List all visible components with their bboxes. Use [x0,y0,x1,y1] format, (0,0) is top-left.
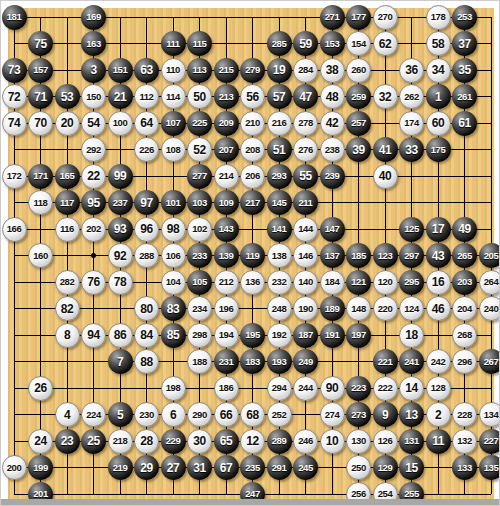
white-stone[interactable]: 252 [267,402,292,427]
white-stone[interactable]: 120 [373,270,398,295]
black-stone[interactable]: 57 [267,84,292,109]
black-stone[interactable]: 1 [426,84,451,109]
move-number: 102 [192,224,206,234]
white-stone[interactable]: 22 [81,164,106,189]
black-stone[interactable]: 203 [452,270,477,295]
white-stone[interactable]: 136 [240,270,265,295]
black-stone[interactable]: 61 [452,111,477,136]
move-number: 289 [272,436,286,446]
white-stone[interactable]: 4 [55,402,80,427]
black-stone[interactable]: 27 [161,455,186,480]
black-stone[interactable]: 133 [452,455,477,480]
black-stone[interactable]: 139 [214,243,239,268]
black-stone[interactable]: 267 [479,349,500,374]
black-stone[interactable]: 227 [479,429,500,454]
black-stone[interactable]: 271 [320,5,345,30]
black-stone[interactable]: 115 [187,31,212,56]
white-stone[interactable]: 174 [399,111,424,136]
white-stone[interactable]: 86 [108,323,133,348]
black-stone[interactable]: 265 [452,243,477,268]
black-stone[interactable]: 177 [346,5,371,30]
white-stone[interactable]: 38 [320,58,345,83]
white-stone[interactable]: 284 [293,58,318,83]
white-stone[interactable]: 64 [134,111,159,136]
white-stone[interactable]: 194 [214,323,239,348]
black-stone[interactable]: 97 [134,190,159,215]
move-number: 33 [405,144,417,156]
move-number: 204 [457,304,471,314]
white-stone[interactable]: 244 [293,376,318,401]
black-stone[interactable]: 13 [399,402,424,427]
black-stone[interactable]: 31 [187,455,212,480]
white-stone[interactable]: 50 [187,84,212,109]
black-stone[interactable]: 47 [293,84,318,109]
black-stone[interactable]: 225 [187,111,212,136]
black-stone[interactable]: 175 [426,137,451,162]
black-stone[interactable]: 93 [108,217,133,242]
move-number: 203 [457,277,471,287]
move-number: 121 [351,277,365,287]
white-stone[interactable]: 210 [240,111,265,136]
move-number: 205 [484,251,498,261]
white-stone[interactable]: 200 [2,455,27,480]
white-stone[interactable]: 262 [399,84,424,109]
black-stone[interactable]: 35 [452,58,477,83]
black-stone[interactable]: 219 [108,455,133,480]
black-stone[interactable]: 239 [320,164,345,189]
white-stone[interactable]: 290 [187,402,212,427]
black-stone[interactable]: 289 [267,429,292,454]
white-stone[interactable]: 48 [320,84,345,109]
black-stone[interactable]: 189 [320,296,345,321]
black-stone[interactable]: 103 [187,190,212,215]
black-stone[interactable]: 181 [2,5,27,30]
white-stone[interactable]: 60 [426,111,451,136]
move-number: 1 [435,91,441,103]
white-stone[interactable]: 190 [293,296,318,321]
white-stone[interactable]: 138 [267,243,292,268]
black-stone[interactable]: 73 [2,58,27,83]
black-stone[interactable]: 121 [346,270,371,295]
black-stone[interactable]: 41 [373,137,398,162]
white-stone[interactable]: 218 [108,429,133,454]
black-stone[interactable]: 43 [426,243,451,268]
black-stone[interactable]: 209 [214,111,239,136]
white-stone[interactable]: 62 [373,31,398,56]
white-stone[interactable]: 250 [346,455,371,480]
black-stone[interactable]: 213 [214,84,239,109]
black-stone[interactable]: 279 [240,58,265,83]
white-stone[interactable]: 230 [134,402,159,427]
black-stone[interactable]: 55 [293,164,318,189]
white-stone[interactable]: 118 [28,190,53,215]
white-stone[interactable]: 146 [293,243,318,268]
white-stone[interactable]: 96 [134,217,159,242]
white-stone[interactable]: 224 [81,402,106,427]
white-stone[interactable]: 12 [240,429,265,454]
black-stone[interactable]: 165 [55,164,80,189]
black-stone[interactable]: 215 [214,58,239,83]
white-stone[interactable]: 212 [214,270,239,295]
white-stone[interactable]: 128 [426,376,451,401]
white-stone[interactable]: 124 [399,296,424,321]
move-number: 83 [167,303,179,315]
white-stone[interactable]: 102 [187,217,212,242]
white-stone[interactable]: 186 [214,376,239,401]
white-stone[interactable]: 2 [426,402,451,427]
black-stone[interactable]: 83 [161,296,186,321]
white-stone[interactable]: 20 [55,111,80,136]
white-stone[interactable]: 198 [161,376,186,401]
white-stone[interactable]: 178 [426,5,451,30]
white-stone[interactable]: 16 [426,270,451,295]
white-stone[interactable]: 232 [267,270,292,295]
black-stone[interactable]: 233 [187,243,212,268]
move-number: 20 [61,117,73,129]
black-stone[interactable]: 71 [28,84,53,109]
black-stone[interactable]: 211 [293,190,318,215]
black-stone[interactable]: 235 [240,455,265,480]
white-stone[interactable]: 14 [399,376,424,401]
move-number: 53 [61,91,73,103]
move-number: 210 [245,118,259,128]
white-stone[interactable]: 248 [267,296,292,321]
white-stone[interactable]: 192 [267,323,292,348]
move-number: 188 [192,357,206,367]
white-stone[interactable]: 40 [373,164,398,189]
black-stone[interactable]: 199 [28,455,53,480]
white-stone[interactable]: 90 [320,376,345,401]
black-stone[interactable]: 197 [346,323,371,348]
black-stone[interactable]: 5 [108,402,133,427]
black-stone[interactable]: 17 [426,217,451,242]
white-stone[interactable]: 72 [2,84,27,109]
white-stone[interactable]: 154 [346,31,371,56]
white-stone[interactable]: 196 [214,296,239,321]
black-stone[interactable]: 259 [346,84,371,109]
white-stone[interactable]: 202 [81,217,106,242]
white-stone[interactable]: 116 [55,217,80,242]
white-stone[interactable]: 246 [293,429,318,454]
black-stone[interactable]: 65 [214,429,239,454]
white-stone[interactable]: 206 [240,164,265,189]
black-stone[interactable]: 153 [320,31,345,56]
black-stone[interactable]: 183 [240,349,265,374]
white-stone[interactable]: 94 [81,323,106,348]
black-stone[interactable]: 123 [373,243,398,268]
black-stone[interactable]: 3 [81,58,106,83]
black-stone[interactable]: 217 [240,190,265,215]
white-stone[interactable]: 166 [2,217,27,242]
move-number: 260 [351,65,365,75]
white-stone[interactable]: 216 [267,111,292,136]
black-stone[interactable]: 129 [373,455,398,480]
white-stone[interactable]: 58 [426,31,451,56]
black-stone[interactable]: 191 [320,323,345,348]
white-stone[interactable]: 76 [81,270,106,295]
white-stone[interactable]: 214 [214,164,239,189]
white-stone[interactable]: 204 [452,296,477,321]
black-stone[interactable]: 125 [399,217,424,242]
go-board[interactable]: 1811692711772701782537516311111528559153… [8,8,494,499]
black-stone[interactable]: 39 [346,137,371,162]
white-stone[interactable]: 260 [346,58,371,83]
black-stone[interactable]: 49 [452,217,477,242]
white-stone[interactable]: 172 [2,164,27,189]
black-stone[interactable]: 111 [161,31,186,56]
black-stone[interactable]: 67 [214,455,239,480]
black-stone[interactable]: 207 [214,137,239,162]
move-number: 175 [431,145,445,155]
black-stone[interactable]: 113 [187,58,212,83]
move-number: 153 [325,39,339,49]
black-stone[interactable]: 63 [134,58,159,83]
black-stone[interactable]: 187 [293,323,318,348]
black-stone[interactable]: 109 [214,190,239,215]
black-stone[interactable]: 171 [28,164,53,189]
move-number: 41 [379,144,391,156]
black-stone[interactable]: 205 [479,243,500,268]
black-stone[interactable]: 25 [81,429,106,454]
black-stone[interactable]: 249 [293,349,318,374]
white-stone[interactable]: 70 [28,111,53,136]
white-stone[interactable]: 294 [267,376,292,401]
black-stone[interactable]: 37 [452,31,477,56]
black-stone[interactable]: 261 [452,84,477,109]
black-stone[interactable]: 19 [267,58,292,83]
white-stone[interactable]: 234 [187,296,212,321]
white-stone[interactable]: 298 [187,323,212,348]
black-stone[interactable]: 185 [346,243,371,268]
black-stone[interactable]: 223 [346,376,371,401]
black-stone[interactable]: 241 [399,349,424,374]
move-number: 32 [379,91,391,103]
white-stone[interactable]: 140 [293,270,318,295]
white-stone[interactable]: 288 [134,243,159,268]
move-number: 10 [326,435,338,447]
white-stone[interactable]: 150 [81,84,106,109]
black-stone[interactable]: 293 [267,164,292,189]
white-stone[interactable]: 126 [373,429,398,454]
white-stone[interactable]: 28 [134,429,159,454]
black-stone[interactable]: 295 [399,270,424,295]
move-number: 113 [193,65,207,75]
black-stone[interactable]: 137 [320,243,345,268]
black-stone[interactable]: 75 [28,31,53,56]
white-stone[interactable]: 282 [55,270,80,295]
white-stone[interactable]: 26 [28,376,53,401]
white-stone[interactable]: 292 [81,137,106,162]
white-stone[interactable]: 34 [426,58,451,83]
white-stone[interactable]: 208 [240,137,265,162]
black-stone[interactable]: 231 [214,349,239,374]
white-stone[interactable]: 66 [214,402,239,427]
black-stone[interactable]: 107 [161,111,186,136]
black-stone[interactable]: 147 [320,217,345,242]
black-stone[interactable]: 59 [293,31,318,56]
white-stone[interactable]: 84 [134,323,159,348]
white-stone[interactable]: 6 [161,402,186,427]
white-stone[interactable]: 56 [240,84,265,109]
move-number: 54 [87,117,99,129]
white-stone[interactable]: 100 [108,111,133,136]
move-number: 29 [140,462,152,474]
move-number: 187 [298,330,312,340]
black-stone[interactable]: 29 [134,455,159,480]
white-stone[interactable]: 110 [161,58,186,83]
move-number: 64 [140,117,152,129]
white-stone[interactable]: 238 [320,137,345,162]
white-stone[interactable]: 240 [479,296,500,321]
move-number: 67 [220,462,232,474]
black-stone[interactable]: 117 [55,190,80,215]
black-stone[interactable]: 193 [267,349,292,374]
move-number: 250 [351,463,365,473]
black-stone[interactable]: 157 [28,58,53,83]
black-stone[interactable]: 257 [346,111,371,136]
move-number: 229 [166,436,180,446]
white-stone[interactable]: 188 [187,349,212,374]
black-stone[interactable]: 169 [81,5,106,30]
white-stone[interactable]: 278 [293,111,318,136]
move-number: 74 [8,117,20,129]
move-number: 259 [351,92,365,102]
black-stone[interactable]: 297 [399,243,424,268]
black-stone[interactable]: 7 [108,349,133,374]
white-stone[interactable]: 226 [134,137,159,162]
move-number: 128 [431,383,445,393]
move-number: 43 [432,250,444,262]
move-number: 107 [166,118,180,128]
white-stone[interactable]: 108 [161,137,186,162]
white-stone[interactable]: 106 [161,243,186,268]
black-stone[interactable]: 11 [426,429,451,454]
black-stone[interactable]: 15 [399,455,424,480]
move-number: 169 [86,12,100,22]
white-stone[interactable]: 98 [161,217,186,242]
white-stone[interactable]: 130 [346,429,371,454]
white-stone[interactable]: 80 [134,296,159,321]
white-stone[interactable]: 144 [293,217,318,242]
move-number: 214 [219,171,233,181]
move-number: 237 [113,198,127,208]
white-stone[interactable]: 114 [161,84,186,109]
white-stone[interactable]: 160 [28,243,53,268]
move-number: 145 [272,198,286,208]
black-stone[interactable]: 53 [55,84,80,109]
black-stone[interactable]: 33 [399,137,424,162]
white-stone[interactable]: 88 [134,349,159,374]
black-stone[interactable]: 99 [108,164,133,189]
white-stone[interactable]: 8 [55,323,80,348]
white-stone[interactable]: 270 [373,5,398,30]
black-stone[interactable]: 253 [452,5,477,30]
white-stone[interactable]: 134 [479,402,500,427]
white-stone[interactable]: 148 [346,296,371,321]
black-stone[interactable]: 101 [161,190,186,215]
black-stone[interactable]: 119 [240,243,265,268]
move-number: 215 [219,65,233,75]
move-number: 56 [246,91,258,103]
white-stone[interactable]: 104 [161,270,186,295]
black-stone[interactable]: 131 [399,429,424,454]
white-stone[interactable]: 264 [479,270,500,295]
black-stone[interactable]: 105 [187,270,212,295]
black-stone[interactable]: 163 [81,31,106,56]
white-stone[interactable]: 68 [240,402,265,427]
black-stone[interactable]: 141 [267,217,292,242]
white-stone[interactable]: 274 [320,402,345,427]
white-stone[interactable]: 220 [373,296,398,321]
black-stone[interactable]: 195 [240,323,265,348]
black-stone[interactable]: 21 [108,84,133,109]
white-stone[interactable]: 296 [452,349,477,374]
move-number: 131 [404,436,418,446]
white-stone[interactable]: 132 [452,429,477,454]
white-stone[interactable]: 36 [399,58,424,83]
black-stone[interactable]: 145 [267,190,292,215]
black-stone[interactable]: 285 [267,31,292,56]
black-stone[interactable]: 273 [346,402,371,427]
black-stone[interactable]: 229 [161,429,186,454]
black-stone[interactable]: 85 [161,323,186,348]
white-stone[interactable]: 32 [373,84,398,109]
white-stone[interactable]: 46 [426,296,451,321]
black-stone[interactable]: 51 [267,137,292,162]
move-number: 234 [192,304,206,314]
move-number: 51 [273,144,285,156]
move-number: 247 [245,489,259,499]
move-number: 105 [192,277,206,287]
black-stone[interactable]: 143 [214,217,239,242]
white-stone[interactable]: 242 [426,349,451,374]
black-stone[interactable]: 277 [187,164,212,189]
white-stone[interactable]: 18 [399,323,424,348]
black-stone[interactable]: 9 [373,402,398,427]
white-stone[interactable]: 30 [187,429,212,454]
white-stone[interactable]: 184 [320,270,345,295]
white-stone[interactable]: 54 [81,111,106,136]
move-number: 200 [7,463,21,473]
white-stone[interactable]: 74 [2,111,27,136]
black-stone[interactable]: 291 [267,455,292,480]
black-stone[interactable]: 237 [108,190,133,215]
white-stone[interactable]: 112 [134,84,159,109]
white-stone[interactable]: 82 [55,296,80,321]
white-stone[interactable]: 268 [452,323,477,348]
move-number: 137 [325,251,339,261]
black-stone[interactable]: 23 [55,429,80,454]
white-stone[interactable]: 52 [187,137,212,162]
white-stone[interactable]: 10 [320,429,345,454]
black-stone[interactable]: 151 [108,58,133,83]
black-stone[interactable]: 221 [373,349,398,374]
move-number: 14 [405,382,417,394]
white-stone[interactable]: 42 [320,111,345,136]
black-stone[interactable]: 245 [293,455,318,480]
white-stone[interactable]: 92 [108,243,133,268]
white-stone[interactable]: 78 [108,270,133,295]
black-stone[interactable]: 135 [479,455,500,480]
black-stone[interactable]: 95 [81,190,106,215]
move-number: 11 [432,435,444,447]
white-stone[interactable]: 222 [373,376,398,401]
white-stone[interactable]: 228 [452,402,477,427]
white-stone[interactable]: 276 [293,137,318,162]
white-stone[interactable]: 24 [28,429,53,454]
star-point [91,253,96,258]
move-number: 73 [8,64,20,76]
